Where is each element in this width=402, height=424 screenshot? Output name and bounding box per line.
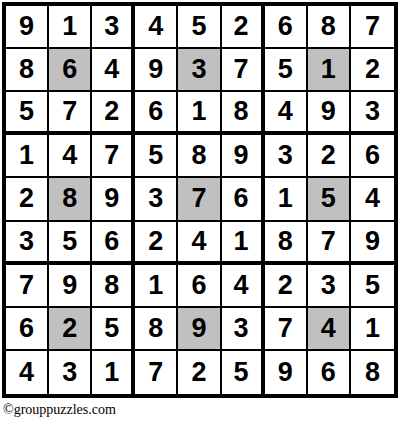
sudoku-cell-r2c1: 8: [6, 49, 49, 92]
sudoku-cell-r2c8: 1: [308, 49, 351, 92]
sudoku-cell-r9c7: 9: [265, 351, 308, 394]
sudoku-cell-r4c8: 2: [308, 135, 351, 178]
sudoku-cell-r2c9: 2: [351, 49, 394, 92]
sudoku-cell-r5c4: 3: [135, 178, 178, 221]
sudoku-cell-r8c4: 8: [135, 308, 178, 351]
sudoku-cell-r6c9: 9: [351, 222, 394, 265]
sudoku-cell-r3c2: 7: [49, 92, 92, 135]
sudoku-cell-r7c1: 7: [6, 265, 49, 308]
sudoku-cell-r6c4: 2: [135, 222, 178, 265]
sudoku-page: 9134526878649375125726184931475893262893…: [0, 0, 402, 424]
sudoku-cell-r5c2: 8: [49, 178, 92, 221]
sudoku-cell-r4c9: 6: [351, 135, 394, 178]
sudoku-cell-r5c1: 2: [6, 178, 49, 221]
sudoku-cell-r5c6: 6: [222, 178, 265, 221]
sudoku-cell-r7c9: 5: [351, 265, 394, 308]
sudoku-cell-r1c1: 9: [6, 6, 49, 49]
sudoku-cell-r3c5: 1: [178, 92, 221, 135]
sudoku-cell-r7c8: 3: [308, 265, 351, 308]
sudoku-cell-r3c1: 5: [6, 92, 49, 135]
sudoku-cell-r7c3: 8: [92, 265, 135, 308]
sudoku-cell-r2c2: 6: [49, 49, 92, 92]
sudoku-cell-r1c3: 3: [92, 6, 135, 49]
sudoku-cell-r1c2: 1: [49, 6, 92, 49]
sudoku-cell-r6c3: 6: [92, 222, 135, 265]
sudoku-cell-r1c6: 2: [222, 6, 265, 49]
sudoku-cell-r9c3: 1: [92, 351, 135, 394]
sudoku-cell-r3c6: 8: [222, 92, 265, 135]
sudoku-cell-r2c7: 5: [265, 49, 308, 92]
sudoku-cell-r8c7: 7: [265, 308, 308, 351]
sudoku-cell-r3c3: 2: [92, 92, 135, 135]
sudoku-cell-r8c6: 3: [222, 308, 265, 351]
sudoku-cell-r8c2: 2: [49, 308, 92, 351]
sudoku-cell-r2c3: 4: [92, 49, 135, 92]
sudoku-cell-r1c7: 6: [265, 6, 308, 49]
sudoku-cell-r5c3: 9: [92, 178, 135, 221]
sudoku-cell-r5c5: 7: [178, 178, 221, 221]
sudoku-cell-r9c6: 5: [222, 351, 265, 394]
sudoku-cell-r3c8: 9: [308, 92, 351, 135]
sudoku-cell-r7c2: 9: [49, 265, 92, 308]
sudoku-cell-r7c5: 6: [178, 265, 221, 308]
sudoku-cell-r4c3: 7: [92, 135, 135, 178]
sudoku-cell-r7c6: 4: [222, 265, 265, 308]
sudoku-cell-r9c5: 2: [178, 351, 221, 394]
sudoku-cell-r4c7: 3: [265, 135, 308, 178]
sudoku-cell-r6c5: 4: [178, 222, 221, 265]
sudoku-cell-r4c6: 9: [222, 135, 265, 178]
copyright-text: ©grouppuzzles.com: [3, 402, 116, 418]
sudoku-cell-r9c9: 8: [351, 351, 394, 394]
sudoku-cell-r6c2: 5: [49, 222, 92, 265]
sudoku-cell-r1c9: 7: [351, 6, 394, 49]
sudoku-cell-r8c5: 9: [178, 308, 221, 351]
sudoku-cell-r8c8: 4: [308, 308, 351, 351]
sudoku-cell-r5c9: 4: [351, 178, 394, 221]
sudoku-cell-r8c3: 5: [92, 308, 135, 351]
sudoku-cell-r6c6: 1: [222, 222, 265, 265]
sudoku-cell-r3c9: 3: [351, 92, 394, 135]
sudoku-cell-r7c7: 2: [265, 265, 308, 308]
sudoku-cell-r2c4: 9: [135, 49, 178, 92]
sudoku-cell-r3c7: 4: [265, 92, 308, 135]
sudoku-cell-r1c8: 8: [308, 6, 351, 49]
sudoku-cell-r6c1: 3: [6, 222, 49, 265]
sudoku-cell-r1c4: 4: [135, 6, 178, 49]
sudoku-cell-r4c1: 1: [6, 135, 49, 178]
sudoku-cell-r3c4: 6: [135, 92, 178, 135]
sudoku-cell-r9c1: 4: [6, 351, 49, 394]
sudoku-cell-r4c4: 5: [135, 135, 178, 178]
sudoku-cell-r5c7: 1: [265, 178, 308, 221]
sudoku-cell-r8c1: 6: [6, 308, 49, 351]
sudoku-cell-r9c8: 6: [308, 351, 351, 394]
sudoku-cell-r2c5: 3: [178, 49, 221, 92]
sudoku-cell-r7c4: 1: [135, 265, 178, 308]
sudoku-cell-r8c9: 1: [351, 308, 394, 351]
sudoku-cell-r5c8: 5: [308, 178, 351, 221]
sudoku-cell-r6c8: 7: [308, 222, 351, 265]
sudoku-board: 9134526878649375125726184931475893262893…: [2, 2, 398, 398]
sudoku-cell-r1c5: 5: [178, 6, 221, 49]
sudoku-cell-r4c2: 4: [49, 135, 92, 178]
sudoku-cell-r4c5: 8: [178, 135, 221, 178]
sudoku-cell-r9c4: 7: [135, 351, 178, 394]
sudoku-cell-r2c6: 7: [222, 49, 265, 92]
sudoku-cell-r6c7: 8: [265, 222, 308, 265]
sudoku-cell-r9c2: 3: [49, 351, 92, 394]
